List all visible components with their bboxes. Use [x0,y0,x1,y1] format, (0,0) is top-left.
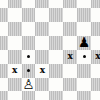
square-e8[interactable] [49,0,63,8]
capture-x: x [95,52,100,61]
square-g8[interactable] [77,0,91,8]
square-h3[interactable] [91,64,100,78]
square-g4[interactable] [77,50,91,64]
square-a8[interactable] [0,0,8,8]
square-g3[interactable] [77,64,91,78]
capture-x: x [40,66,45,75]
capture-x: x [68,52,73,61]
square-f1[interactable] [63,91,77,100]
square-f4[interactable]: x [63,50,77,64]
square-a6[interactable] [0,22,8,36]
square-b7[interactable] [8,8,22,22]
square-a4[interactable] [0,50,8,64]
square-e4[interactable] [49,50,63,64]
square-b8[interactable] [8,0,22,8]
square-f6[interactable] [63,22,77,36]
square-h6[interactable] [91,22,100,36]
square-c6[interactable] [22,22,36,36]
square-h1[interactable] [91,91,100,100]
square-h4[interactable]: x [91,50,100,64]
square-b1[interactable] [8,91,22,100]
square-f8[interactable] [63,0,77,8]
square-g7[interactable] [77,8,91,22]
square-d7[interactable] [35,8,49,22]
square-f3[interactable] [63,64,77,78]
square-d4[interactable] [35,50,49,64]
square-e3[interactable] [49,64,63,78]
square-e7[interactable] [49,8,63,22]
move-dot [27,69,30,72]
square-a7[interactable] [0,8,8,22]
square-e6[interactable] [49,22,63,36]
square-c7[interactable] [22,8,36,22]
square-h8[interactable] [91,0,100,8]
square-b5[interactable] [8,36,22,50]
square-c1[interactable] [22,91,36,100]
square-d1[interactable] [35,91,49,100]
square-e5[interactable] [49,36,63,50]
square-d3[interactable]: x [35,64,49,78]
square-c2[interactable]: ♙ [22,78,36,92]
square-d8[interactable] [35,0,49,8]
chess-diagram-viewport: ♟xxxx♙ [0,0,100,100]
square-h5[interactable] [91,36,100,50]
square-a2[interactable] [0,78,8,92]
square-h2[interactable] [91,78,100,92]
square-e1[interactable] [49,91,63,100]
square-g1[interactable] [77,91,91,100]
square-c8[interactable] [22,0,36,8]
square-b3[interactable]: x [8,64,22,78]
black-pawn: ♟ [78,36,90,50]
square-d2[interactable] [35,78,49,92]
square-b4[interactable] [8,50,22,64]
square-c5[interactable] [22,36,36,50]
capture-x: x [12,66,17,75]
square-g2[interactable] [77,78,91,92]
square-c4[interactable] [22,50,36,64]
white-pawn: ♙ [22,77,34,91]
square-a3[interactable] [0,64,8,78]
square-a1[interactable] [0,91,8,100]
square-d5[interactable] [35,36,49,50]
square-b2[interactable] [8,78,22,92]
chess-board: ♟xxxx♙ [0,0,100,100]
square-d6[interactable] [35,22,49,36]
square-g5[interactable]: ♟ [77,36,91,50]
square-a5[interactable] [0,36,8,50]
move-dot [83,55,86,58]
square-f2[interactable] [63,78,77,92]
move-dot [27,55,30,58]
square-e2[interactable] [49,78,63,92]
square-b6[interactable] [8,22,22,36]
square-h7[interactable] [91,8,100,22]
square-f7[interactable] [63,8,77,22]
square-f5[interactable] [63,36,77,50]
